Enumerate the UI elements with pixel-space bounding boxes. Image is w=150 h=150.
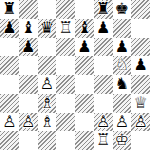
square-c8[interactable] [38, 0, 57, 19]
square-g1[interactable]: ♔ [113, 131, 132, 150]
white-pawn-g2: ♙ [115, 113, 129, 132]
square-h3[interactable]: ♕ [131, 94, 150, 113]
square-a7[interactable]: ♟ [0, 19, 19, 38]
square-e5[interactable] [75, 56, 94, 75]
square-d6[interactable] [56, 38, 75, 57]
square-c3[interactable]: ♗ [38, 94, 57, 113]
white-pawn-b2: ♙ [21, 113, 35, 132]
white-rook-f1: ♖ [96, 131, 110, 150]
square-f2[interactable]: ♙ [94, 113, 113, 132]
square-e1[interactable] [75, 131, 94, 150]
square-b1[interactable] [19, 131, 38, 150]
square-b6[interactable]: ♟ [19, 38, 38, 57]
black-pawn-b6: ♟ [21, 38, 35, 57]
square-b7[interactable]: ♝ [19, 19, 38, 38]
black-bishop-e7: ♝ [77, 19, 91, 38]
black-rook-a8: ♜ [2, 0, 16, 19]
black-pawn-h5: ♟ [133, 56, 147, 75]
square-b5[interactable] [19, 56, 38, 75]
square-c1[interactable] [38, 131, 57, 150]
square-f5[interactable] [94, 56, 113, 75]
square-h2[interactable]: ♙ [131, 113, 150, 132]
white-bishop-c2: ♗ [40, 113, 54, 132]
white-pawn-c4: ♙ [40, 75, 54, 94]
square-a3[interactable] [0, 94, 19, 113]
white-queen-h3: ♕ [133, 94, 147, 113]
square-h8[interactable] [131, 0, 150, 19]
square-c7[interactable]: ♛ [38, 19, 57, 38]
square-c5[interactable] [38, 56, 57, 75]
square-b2[interactable]: ♙ [19, 113, 38, 132]
square-d7[interactable]: ♖ [56, 19, 75, 38]
black-pawn-e6: ♟ [77, 38, 91, 57]
square-f6[interactable] [94, 38, 113, 57]
square-g2[interactable]: ♙ [113, 113, 132, 132]
chess-board: ♜♜♚♟♝♛♖♝♟♟♟♟♘♟♙♞♗♕♙♙♗♙♙♙♖♔ [0, 0, 150, 150]
white-pawn-h2: ♙ [133, 113, 147, 132]
white-pawn-a2: ♙ [2, 113, 16, 132]
square-a8[interactable]: ♜ [0, 0, 19, 19]
square-g7[interactable] [113, 19, 132, 38]
square-g8[interactable]: ♚ [113, 0, 132, 19]
white-king-g1: ♔ [115, 131, 129, 150]
square-h1[interactable] [131, 131, 150, 150]
white-rook-d7: ♖ [58, 19, 72, 38]
white-pawn-f2: ♙ [96, 113, 110, 132]
square-e3[interactable] [75, 94, 94, 113]
square-d2[interactable] [56, 113, 75, 132]
square-e6[interactable]: ♟ [75, 38, 94, 57]
white-knight-g5: ♘ [115, 56, 129, 75]
square-g3[interactable] [113, 94, 132, 113]
square-e8[interactable] [75, 0, 94, 19]
square-b3[interactable] [19, 94, 38, 113]
square-g6[interactable]: ♟ [113, 38, 132, 57]
square-a6[interactable] [0, 38, 19, 57]
black-bishop-b7: ♝ [21, 19, 35, 38]
black-knight-g4: ♞ [115, 75, 129, 94]
black-rook-f8: ♜ [96, 0, 110, 19]
square-a4[interactable] [0, 75, 19, 94]
square-c2[interactable]: ♗ [38, 113, 57, 132]
white-bishop-c3: ♗ [40, 94, 54, 113]
square-c4[interactable]: ♙ [38, 75, 57, 94]
square-g5[interactable]: ♘ [113, 56, 132, 75]
square-d3[interactable] [56, 94, 75, 113]
square-b4[interactable] [19, 75, 38, 94]
square-e4[interactable] [75, 75, 94, 94]
square-d4[interactable] [56, 75, 75, 94]
black-king-g8: ♚ [115, 0, 129, 19]
black-pawn-f7: ♟ [96, 19, 110, 38]
square-e2[interactable] [75, 113, 94, 132]
square-f1[interactable]: ♖ [94, 131, 113, 150]
square-h7[interactable] [131, 19, 150, 38]
black-queen-c7: ♛ [40, 19, 54, 38]
square-h6[interactable] [131, 38, 150, 57]
square-b8[interactable] [19, 0, 38, 19]
square-a1[interactable] [0, 131, 19, 150]
black-pawn-g6: ♟ [115, 38, 129, 57]
square-e7[interactable]: ♝ [75, 19, 94, 38]
square-g4[interactable]: ♞ [113, 75, 132, 94]
square-f7[interactable]: ♟ [94, 19, 113, 38]
square-a2[interactable]: ♙ [0, 113, 19, 132]
square-d1[interactable] [56, 131, 75, 150]
square-f8[interactable]: ♜ [94, 0, 113, 19]
square-h5[interactable]: ♟ [131, 56, 150, 75]
square-h4[interactable] [131, 75, 150, 94]
square-c6[interactable] [38, 38, 57, 57]
square-f3[interactable] [94, 94, 113, 113]
black-pawn-a7: ♟ [2, 19, 16, 38]
square-f4[interactable] [94, 75, 113, 94]
square-d8[interactable] [56, 0, 75, 19]
square-a5[interactable] [0, 56, 19, 75]
square-d5[interactable] [56, 56, 75, 75]
